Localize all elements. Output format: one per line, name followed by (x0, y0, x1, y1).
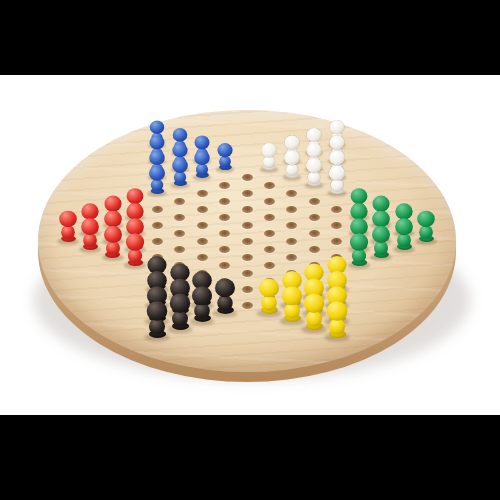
hole-empty[interactable] (331, 238, 342, 245)
peg-head (170, 294, 191, 313)
peg-blue[interactable] (216, 141, 233, 170)
hole-empty[interactable] (174, 198, 185, 205)
hole-empty[interactable] (264, 214, 275, 221)
peg-bulb (174, 171, 186, 183)
peg-red[interactable] (125, 231, 145, 266)
peg-bulb (374, 241, 388, 255)
peg-bulb (219, 156, 231, 168)
peg-head (150, 120, 164, 134)
peg-head (307, 143, 322, 157)
peg-red[interactable] (58, 209, 78, 242)
hole-empty[interactable] (197, 206, 208, 213)
peg-head (306, 158, 322, 173)
hole-empty[interactable] (219, 246, 230, 253)
peg-green[interactable] (394, 216, 414, 250)
hole-empty[interactable] (286, 238, 297, 245)
peg-bulb (330, 179, 342, 191)
hole-empty[interactable] (219, 230, 230, 237)
hole-empty[interactable] (242, 174, 253, 181)
peg-bulb (352, 249, 366, 263)
peg-red[interactable] (80, 216, 100, 250)
peg-head (149, 166, 165, 181)
peg-head (147, 301, 168, 321)
peg-head (329, 135, 344, 149)
hole-empty[interactable] (242, 190, 253, 197)
hole-empty[interactable] (309, 214, 320, 221)
peg-head (350, 233, 368, 250)
peg-blue[interactable] (148, 164, 166, 194)
hole-empty[interactable] (286, 190, 297, 197)
peg-head (326, 301, 347, 321)
hole-empty[interactable] (174, 246, 185, 253)
hole-empty[interactable] (219, 182, 230, 189)
peg-yellow[interactable] (281, 284, 303, 322)
peg-head (329, 166, 345, 181)
peg-bulb (397, 233, 411, 247)
peg-bulb (284, 303, 300, 319)
peg-head (217, 143, 232, 157)
hole-empty[interactable] (264, 198, 275, 205)
hole-empty[interactable] (219, 262, 230, 269)
letterbox-bottom (0, 415, 500, 500)
hole-empty[interactable] (197, 222, 208, 229)
peg-bulb (61, 225, 75, 239)
peg-head (284, 150, 299, 165)
peg-green[interactable] (371, 224, 391, 258)
hole-empty[interactable] (286, 206, 297, 213)
peg-bulb (286, 163, 298, 175)
peg-white[interactable] (283, 149, 300, 178)
peg-yellow[interactable] (303, 291, 326, 330)
peg-head (195, 135, 210, 149)
peg-head (173, 128, 188, 142)
hole-empty[interactable] (309, 230, 320, 237)
peg-head (329, 120, 343, 134)
hole-empty[interactable] (152, 222, 163, 229)
hole-empty[interactable] (309, 246, 320, 253)
hole-empty[interactable] (197, 190, 208, 197)
peg-head (282, 286, 302, 305)
hole-empty[interactable] (242, 270, 253, 277)
peg-head (172, 158, 188, 173)
peg-head (59, 211, 77, 228)
hole-empty[interactable] (264, 182, 275, 189)
hole-empty[interactable] (242, 238, 253, 245)
peg-yellow[interactable] (258, 276, 280, 314)
hole-empty[interactable] (264, 262, 275, 269)
hole-empty[interactable] (219, 214, 230, 221)
peg-black[interactable] (146, 299, 169, 338)
peg-green[interactable] (349, 231, 369, 266)
hole-empty[interactable] (242, 254, 253, 261)
hole-empty[interactable] (219, 198, 230, 205)
peg-white[interactable] (305, 156, 322, 186)
peg-bulb (329, 318, 345, 334)
hole-empty[interactable] (264, 246, 275, 253)
peg-yellow[interactable] (325, 299, 348, 338)
peg-black[interactable] (213, 276, 235, 314)
hole-empty[interactable] (331, 206, 342, 213)
peg-head (192, 286, 212, 305)
peg-bulb (106, 241, 120, 255)
peg-head (215, 278, 235, 297)
product-photo (0, 0, 500, 500)
hole-empty[interactable] (152, 238, 163, 245)
hole-empty[interactable] (286, 254, 297, 261)
peg-head (126, 233, 144, 250)
peg-blue[interactable] (171, 156, 188, 186)
peg-head (372, 226, 390, 243)
peg-black[interactable] (168, 291, 191, 330)
peg-blue[interactable] (194, 149, 211, 178)
peg-head (304, 294, 325, 313)
peg-bulb (128, 249, 142, 263)
peg-head (104, 226, 122, 243)
hole-empty[interactable] (174, 214, 185, 221)
hole-empty[interactable] (152, 206, 163, 213)
peg-head (417, 211, 435, 228)
hole-empty[interactable] (331, 222, 342, 229)
peg-head (307, 128, 322, 142)
peg-head (194, 150, 209, 165)
hole-empty[interactable] (197, 238, 208, 245)
peg-white[interactable] (328, 164, 346, 194)
peg-green[interactable] (416, 209, 436, 242)
peg-red[interactable] (103, 224, 123, 258)
hole-empty[interactable] (286, 222, 297, 229)
peg-head (172, 143, 187, 157)
peg-bulb (172, 311, 188, 327)
letterbox-top (0, 0, 500, 75)
peg-head (395, 218, 413, 235)
hole-empty[interactable] (242, 302, 253, 309)
peg-head (284, 135, 299, 149)
peg-white[interactable] (261, 141, 278, 170)
peg-head (262, 143, 277, 157)
hole-empty[interactable] (174, 230, 185, 237)
hole-empty[interactable] (242, 206, 253, 213)
hole-empty[interactable] (242, 222, 253, 229)
peg-head (259, 278, 279, 297)
hole-empty[interactable] (264, 230, 275, 237)
hole-empty[interactable] (309, 198, 320, 205)
peg-black[interactable] (191, 284, 213, 322)
peg-head (150, 135, 165, 149)
hole-empty[interactable] (197, 254, 208, 261)
peg-head (81, 218, 99, 235)
hole-empty[interactable] (242, 286, 253, 293)
peg-bulb (217, 295, 233, 311)
